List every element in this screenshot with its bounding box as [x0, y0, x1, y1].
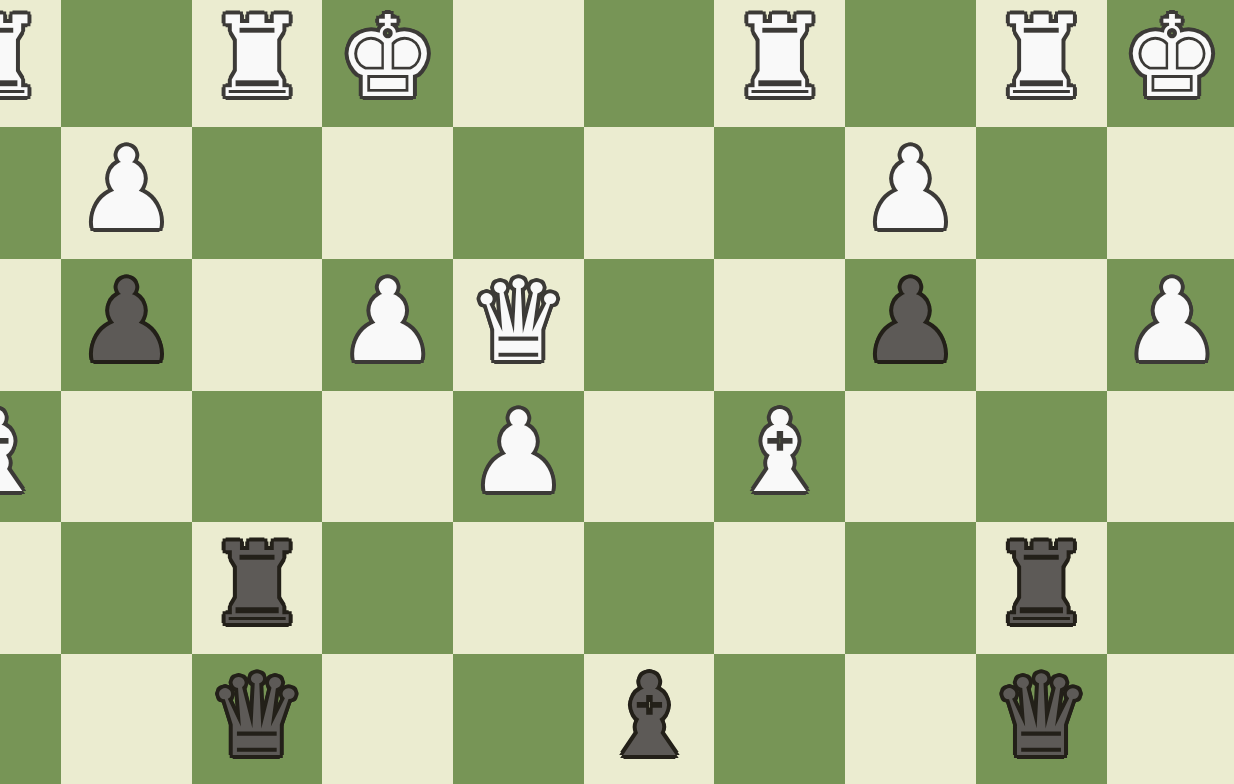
square[interactable] — [453, 522, 584, 654]
square[interactable] — [61, 522, 192, 654]
square[interactable]: ♚ — [322, 0, 453, 127]
square[interactable]: ♛ — [976, 654, 1107, 784]
square[interactable] — [1107, 127, 1234, 259]
white-pawn-piece[interactable]: ♟ — [1122, 265, 1222, 377]
chess-board: ♜♜♚♜♜♚♟♟♟♟♛♟♟♝♟♝♜♜♛♝♛ — [0, 0, 1234, 784]
square[interactable]: ♟ — [453, 391, 584, 523]
white-pawn-piece[interactable]: ♟ — [860, 133, 960, 245]
square[interactable] — [322, 391, 453, 523]
square[interactable]: ♟ — [61, 127, 192, 259]
square[interactable]: ♛ — [453, 259, 584, 391]
square[interactable]: ♜ — [0, 0, 61, 127]
square[interactable] — [0, 127, 61, 259]
square[interactable] — [584, 0, 715, 127]
square[interactable] — [584, 259, 715, 391]
square[interactable]: ♜ — [976, 0, 1107, 127]
square[interactable] — [192, 259, 323, 391]
white-pawn-piece[interactable]: ♟ — [76, 133, 176, 245]
square[interactable]: ♟ — [845, 259, 976, 391]
square[interactable] — [0, 522, 61, 654]
square[interactable] — [61, 654, 192, 784]
square[interactable] — [453, 0, 584, 127]
square[interactable] — [192, 391, 323, 523]
black-rook-piece[interactable]: ♜ — [207, 528, 307, 640]
square[interactable] — [714, 654, 845, 784]
square[interactable]: ♟ — [322, 259, 453, 391]
square[interactable] — [845, 0, 976, 127]
white-rook-piece[interactable]: ♜ — [207, 1, 307, 113]
square[interactable] — [1107, 654, 1234, 784]
white-bishop-piece[interactable]: ♝ — [730, 396, 830, 508]
square[interactable] — [322, 522, 453, 654]
square[interactable] — [0, 654, 61, 784]
square[interactable] — [322, 654, 453, 784]
square[interactable] — [192, 127, 323, 259]
black-queen-piece[interactable]: ♛ — [991, 660, 1091, 772]
square[interactable]: ♝ — [584, 654, 715, 784]
black-pawn-piece[interactable]: ♟ — [76, 265, 176, 377]
square[interactable] — [1107, 391, 1234, 523]
white-pawn-piece[interactable]: ♟ — [468, 396, 568, 508]
square[interactable]: ♝ — [714, 391, 845, 523]
square[interactable] — [976, 127, 1107, 259]
square[interactable] — [584, 522, 715, 654]
square[interactable] — [845, 654, 976, 784]
white-pawn-piece[interactable]: ♟ — [338, 265, 438, 377]
square[interactable]: ♟ — [845, 127, 976, 259]
white-queen-piece[interactable]: ♛ — [468, 265, 568, 377]
square[interactable] — [584, 127, 715, 259]
square[interactable]: ♟ — [61, 259, 192, 391]
square[interactable] — [845, 391, 976, 523]
square[interactable] — [453, 654, 584, 784]
square[interactable] — [714, 127, 845, 259]
white-rook-piece[interactable]: ♜ — [991, 1, 1091, 113]
square[interactable]: ♜ — [192, 0, 323, 127]
square[interactable]: ♟ — [1107, 259, 1234, 391]
square[interactable] — [976, 259, 1107, 391]
black-rook-piece[interactable]: ♜ — [991, 528, 1091, 640]
board-viewport: ♜♜♚♜♜♚♟♟♟♟♛♟♟♝♟♝♜♜♛♝♛ — [0, 0, 1234, 784]
black-bishop-piece[interactable]: ♝ — [599, 660, 699, 772]
square[interactable] — [322, 127, 453, 259]
white-bishop-piece[interactable]: ♝ — [0, 396, 46, 508]
square[interactable] — [1107, 522, 1234, 654]
square[interactable]: ♛ — [192, 654, 323, 784]
white-rook-piece[interactable]: ♜ — [730, 1, 830, 113]
square[interactable] — [584, 391, 715, 523]
square[interactable] — [976, 391, 1107, 523]
black-queen-piece[interactable]: ♛ — [207, 660, 307, 772]
square[interactable]: ♝ — [0, 391, 61, 523]
black-pawn-piece[interactable]: ♟ — [860, 265, 960, 377]
square[interactable] — [61, 0, 192, 127]
square[interactable] — [714, 522, 845, 654]
square[interactable] — [61, 391, 192, 523]
white-king-piece[interactable]: ♚ — [1122, 1, 1222, 113]
square[interactable] — [453, 127, 584, 259]
square[interactable]: ♜ — [192, 522, 323, 654]
white-king-piece[interactable]: ♚ — [338, 1, 438, 113]
square[interactable]: ♜ — [714, 0, 845, 127]
square[interactable]: ♜ — [976, 522, 1107, 654]
square[interactable] — [845, 522, 976, 654]
square[interactable]: ♚ — [1107, 0, 1234, 127]
white-rook-piece[interactable]: ♜ — [0, 1, 46, 113]
square[interactable] — [0, 259, 61, 391]
square[interactable] — [714, 259, 845, 391]
